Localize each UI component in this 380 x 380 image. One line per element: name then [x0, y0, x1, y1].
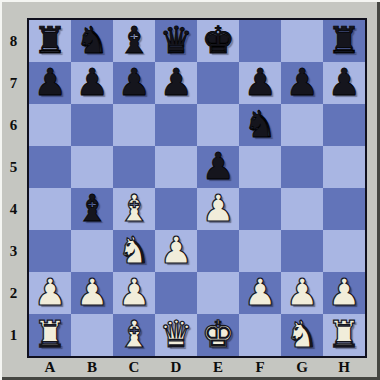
file-labels: ABCDEFGH: [29, 356, 365, 378]
piece-white-rook[interactable]: ♜: [323, 314, 365, 356]
piece-black-pawn[interactable]: ♟: [29, 62, 71, 104]
rank-label-3: 3: [0, 230, 27, 272]
piece-black-knight[interactable]: ♞: [71, 20, 113, 62]
square-d3[interactable]: ♟: [155, 230, 197, 272]
rank-label-1: 1: [0, 314, 27, 356]
square-g5[interactable]: [281, 146, 323, 188]
piece-black-pawn[interactable]: ♟: [323, 62, 365, 104]
rank-label-6: 6: [0, 104, 27, 146]
piece-black-rook[interactable]: ♜: [323, 20, 365, 62]
piece-white-bishop[interactable]: ♝: [113, 188, 155, 230]
square-d2[interactable]: [155, 272, 197, 314]
piece-white-knight[interactable]: ♞: [113, 230, 155, 272]
square-g4[interactable]: [281, 188, 323, 230]
file-label-g: G: [281, 356, 323, 378]
square-h6[interactable]: [323, 104, 365, 146]
square-b2[interactable]: ♟: [71, 272, 113, 314]
square-c3[interactable]: ♞: [113, 230, 155, 272]
piece-white-queen[interactable]: ♛: [155, 314, 197, 356]
file-label-d: D: [155, 356, 197, 378]
square-f1[interactable]: [239, 314, 281, 356]
square-e5[interactable]: ♟: [197, 146, 239, 188]
square-b5[interactable]: [71, 146, 113, 188]
square-d5[interactable]: [155, 146, 197, 188]
square-a3[interactable]: [29, 230, 71, 272]
piece-white-pawn[interactable]: ♟: [281, 272, 323, 314]
square-g6[interactable]: [281, 104, 323, 146]
square-e7[interactable]: [197, 62, 239, 104]
square-d7[interactable]: ♟: [155, 62, 197, 104]
square-c7[interactable]: ♟: [113, 62, 155, 104]
square-g7[interactable]: ♟: [281, 62, 323, 104]
square-h4[interactable]: [323, 188, 365, 230]
rank-label-8: 8: [0, 20, 27, 62]
chess-diagram-frame: 87654321 ♜♞♝♛♚♜♟♟♟♟♟♟♟♞♟♝♝♟♞♟♟♟♟♟♟♟♜♝♛♚♞…: [0, 0, 380, 380]
square-c6[interactable]: [113, 104, 155, 146]
square-a4[interactable]: [29, 188, 71, 230]
square-g8[interactable]: [281, 20, 323, 62]
square-b6[interactable]: [71, 104, 113, 146]
rank-label-4: 4: [0, 188, 27, 230]
square-h2[interactable]: ♟: [323, 272, 365, 314]
piece-white-pawn[interactable]: ♟: [197, 188, 239, 230]
square-f6[interactable]: ♞: [239, 104, 281, 146]
file-label-a: A: [29, 356, 71, 378]
square-f7[interactable]: ♟: [239, 62, 281, 104]
piece-black-king[interactable]: ♚: [197, 20, 239, 62]
square-d1[interactable]: ♛: [155, 314, 197, 356]
piece-black-knight[interactable]: ♞: [239, 104, 281, 146]
square-e3[interactable]: [197, 230, 239, 272]
square-d6[interactable]: [155, 104, 197, 146]
piece-black-pawn[interactable]: ♟: [239, 62, 281, 104]
square-h1[interactable]: ♜: [323, 314, 365, 356]
square-a1[interactable]: ♜: [29, 314, 71, 356]
file-label-c: C: [113, 356, 155, 378]
square-g2[interactable]: ♟: [281, 272, 323, 314]
square-f8[interactable]: [239, 20, 281, 62]
square-a8[interactable]: ♜: [29, 20, 71, 62]
square-a7[interactable]: ♟: [29, 62, 71, 104]
square-e2[interactable]: [197, 272, 239, 314]
square-b3[interactable]: [71, 230, 113, 272]
square-f3[interactable]: [239, 230, 281, 272]
square-c4[interactable]: ♝: [113, 188, 155, 230]
file-label-h: H: [323, 356, 365, 378]
square-h5[interactable]: [323, 146, 365, 188]
rank-label-2: 2: [0, 272, 27, 314]
square-a5[interactable]: [29, 146, 71, 188]
square-e6[interactable]: [197, 104, 239, 146]
piece-white-bishop[interactable]: ♝: [113, 314, 155, 356]
piece-black-pawn[interactable]: ♟: [71, 62, 113, 104]
square-f2[interactable]: ♟: [239, 272, 281, 314]
piece-white-pawn[interactable]: ♟: [323, 272, 365, 314]
square-b4[interactable]: ♝: [71, 188, 113, 230]
piece-white-knight[interactable]: ♞: [281, 314, 323, 356]
piece-black-pawn[interactable]: ♟: [113, 62, 155, 104]
piece-white-pawn[interactable]: ♟: [113, 272, 155, 314]
file-label-f: F: [239, 356, 281, 378]
square-g3[interactable]: [281, 230, 323, 272]
square-a6[interactable]: [29, 104, 71, 146]
square-f5[interactable]: [239, 146, 281, 188]
piece-black-pawn[interactable]: ♟: [281, 62, 323, 104]
square-c1[interactable]: ♝: [113, 314, 155, 356]
rank-label-7: 7: [0, 62, 27, 104]
square-e1[interactable]: ♚: [197, 314, 239, 356]
piece-black-bishop[interactable]: ♝: [113, 20, 155, 62]
file-label-b: B: [71, 356, 113, 378]
square-f4[interactable]: [239, 188, 281, 230]
piece-black-pawn[interactable]: ♟: [155, 62, 197, 104]
piece-white-pawn[interactable]: ♟: [29, 272, 71, 314]
square-b1[interactable]: [71, 314, 113, 356]
square-h7[interactable]: ♟: [323, 62, 365, 104]
piece-black-bishop[interactable]: ♝: [71, 188, 113, 230]
square-g1[interactable]: ♞: [281, 314, 323, 356]
square-d8[interactable]: ♛: [155, 20, 197, 62]
chess-board[interactable]: ♜♞♝♛♚♜♟♟♟♟♟♟♟♞♟♝♝♟♞♟♟♟♟♟♟♟♜♝♛♚♞♜: [27, 18, 367, 358]
square-c2[interactable]: ♟: [113, 272, 155, 314]
square-e8[interactable]: ♚: [197, 20, 239, 62]
square-b7[interactable]: ♟: [71, 62, 113, 104]
square-a2[interactable]: ♟: [29, 272, 71, 314]
square-h8[interactable]: ♜: [323, 20, 365, 62]
piece-white-pawn[interactable]: ♟: [155, 230, 197, 272]
piece-black-queen[interactable]: ♛: [155, 20, 197, 62]
piece-white-pawn[interactable]: ♟: [239, 272, 281, 314]
square-d4[interactable]: [155, 188, 197, 230]
file-label-e: E: [197, 356, 239, 378]
piece-white-king[interactable]: ♚: [197, 314, 239, 356]
square-c8[interactable]: ♝: [113, 20, 155, 62]
rank-label-5: 5: [0, 146, 27, 188]
square-b8[interactable]: ♞: [71, 20, 113, 62]
piece-black-rook[interactable]: ♜: [29, 20, 71, 62]
rank-labels: 87654321: [0, 20, 27, 356]
piece-white-pawn[interactable]: ♟: [71, 272, 113, 314]
square-c5[interactable]: [113, 146, 155, 188]
piece-white-rook[interactable]: ♜: [29, 314, 71, 356]
square-e4[interactable]: ♟: [197, 188, 239, 230]
piece-black-pawn[interactable]: ♟: [197, 146, 239, 188]
square-h3[interactable]: [323, 230, 365, 272]
